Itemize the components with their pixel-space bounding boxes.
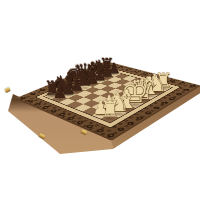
black-pawn[interactable]: ♟: [52, 84, 67, 100]
hinge-icon: [4, 87, 10, 93]
white-rook[interactable]: ♜: [99, 98, 120, 121]
board-photo-scene: ♜♞♝♛♚♝♞♜♟♟♟♟♟♟♟♟♟♟♟♟♟♟♟♟♜♞♝♛♚♝♞♜: [0, 0, 200, 200]
